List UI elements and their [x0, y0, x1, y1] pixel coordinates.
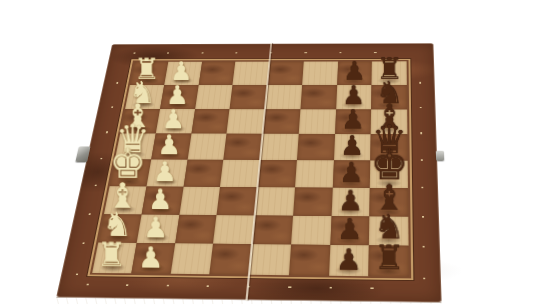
board-scene: ♜♟♟♜♞♟♟♞♝♟♟♝♛♟♟♛♚♟♟♚♝♟♟♝♞♟♟♞♜♟♟♜ — [0, 0, 541, 304]
square-a6[interactable] — [302, 61, 338, 84]
square-e6[interactable] — [295, 160, 334, 187]
black-pawn-h7[interactable]: ♟ — [335, 245, 361, 275]
square-e4[interactable] — [220, 160, 260, 187]
square-c4[interactable] — [227, 109, 265, 134]
square-g5[interactable] — [252, 215, 293, 245]
square-e3[interactable] — [183, 160, 223, 187]
black-rook-h8[interactable]: ♜ — [374, 241, 404, 275]
square-h7[interactable]: ♟ — [329, 245, 370, 276]
square-h4[interactable] — [209, 244, 251, 275]
white-pawn-f2[interactable]: ♟ — [148, 185, 173, 213]
square-b6[interactable] — [300, 85, 337, 109]
square-h2[interactable]: ♟ — [131, 243, 175, 274]
square-c6[interactable] — [298, 109, 335, 134]
square-g4[interactable] — [213, 215, 255, 245]
chess-board: ♜♟♟♜♞♟♟♞♝♟♟♝♛♟♟♛♚♟♟♚♝♟♟♝♞♟♟♞♜♟♟♜ — [56, 43, 441, 302]
black-pawn-e7[interactable]: ♟ — [339, 158, 364, 186]
square-h1[interactable]: ♜ — [92, 243, 136, 274]
square-g7[interactable]: ♟ — [330, 216, 370, 246]
black-pawn-f7[interactable]: ♟ — [338, 186, 363, 214]
square-d3[interactable] — [187, 134, 227, 160]
square-g3[interactable] — [175, 214, 217, 243]
square-h8[interactable]: ♜ — [369, 245, 409, 276]
square-f3[interactable] — [179, 187, 220, 215]
square-f5[interactable] — [255, 187, 295, 215]
square-b4[interactable] — [230, 85, 267, 109]
board-grid: ♜♟♟♜♞♟♟♞♝♟♟♝♛♟♟♛♚♟♟♚♝♟♟♝♞♟♟♞♜♟♟♜ — [92, 61, 409, 276]
frame-pin-dots-bottom — [86, 284, 412, 290]
frame-pin-dots-right — [419, 59, 426, 279]
square-b3[interactable] — [195, 85, 233, 109]
square-d6[interactable] — [297, 134, 335, 160]
square-f4[interactable] — [217, 187, 258, 215]
hinge-pin-icon — [436, 151, 444, 161]
square-g6[interactable] — [291, 215, 331, 245]
black-pawn-g7[interactable]: ♟ — [337, 215, 363, 244]
square-b5[interactable] — [265, 85, 302, 109]
square-a5[interactable] — [267, 61, 303, 84]
square-a4[interactable] — [233, 62, 270, 85]
square-h3[interactable] — [170, 244, 213, 275]
square-f6[interactable] — [293, 187, 333, 215]
square-c5[interactable] — [262, 109, 300, 134]
square-g2[interactable]: ♟ — [136, 214, 179, 243]
white-pawn-d2[interactable]: ♟ — [157, 131, 181, 158]
square-h5[interactable] — [249, 244, 291, 275]
square-h6[interactable] — [289, 245, 330, 276]
square-c3[interactable] — [191, 109, 230, 134]
white-pawn-g2[interactable]: ♟ — [143, 213, 168, 242]
black-pawn-d7[interactable]: ♟ — [340, 132, 364, 159]
square-e5[interactable] — [257, 160, 296, 187]
white-pawn-h2[interactable]: ♟ — [138, 243, 164, 272]
chess-set-photo: ♜♟♟♜♞♟♟♞♝♟♟♝♛♟♟♛♚♟♟♚♝♟♟♝♞♟♟♞♜♟♟♜ — [0, 0, 541, 304]
white-pawn-e2[interactable]: ♟ — [153, 158, 177, 185]
frame-pin-dots-top — [133, 52, 409, 54]
white-rook-h1[interactable]: ♜ — [97, 238, 126, 272]
square-d5[interactable] — [260, 134, 298, 160]
square-d4[interactable] — [223, 134, 262, 160]
square-a3[interactable] — [198, 62, 235, 85]
